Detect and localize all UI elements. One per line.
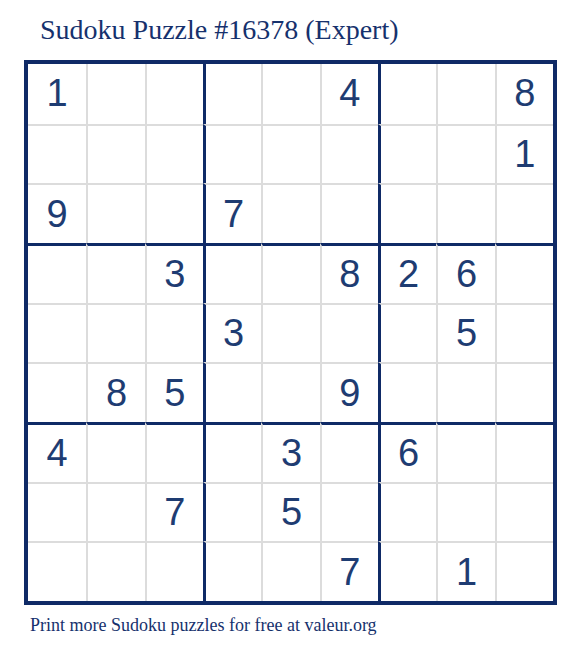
cell-r7c4[interactable]	[203, 422, 261, 482]
cell-r2c7[interactable]	[378, 124, 436, 184]
cell-r8c3[interactable]: 7	[145, 482, 203, 542]
cell-r5c5[interactable]	[261, 303, 319, 363]
cell-r3c5[interactable]	[261, 183, 319, 243]
cell-r7c8[interactable]	[436, 422, 494, 482]
cell-r2c6[interactable]	[320, 124, 378, 184]
cell-r9c1[interactable]	[28, 541, 86, 601]
given-digit: 6	[398, 432, 419, 475]
given-digit: 5	[164, 372, 185, 415]
given-digit: 3	[223, 312, 244, 355]
cell-r6c9[interactable]	[495, 362, 553, 422]
given-digit: 7	[164, 491, 185, 534]
cell-r4c3[interactable]: 3	[145, 243, 203, 303]
cell-r6c5[interactable]	[261, 362, 319, 422]
cell-r4c2[interactable]	[86, 243, 144, 303]
cell-r3c2[interactable]	[86, 183, 144, 243]
cell-r2c9[interactable]: 1	[495, 124, 553, 184]
cell-r8c5[interactable]: 5	[261, 482, 319, 542]
cell-r2c8[interactable]	[436, 124, 494, 184]
cell-r2c5[interactable]	[261, 124, 319, 184]
given-digit: 3	[281, 432, 302, 475]
cell-r4c8[interactable]: 6	[436, 243, 494, 303]
given-digit: 2	[398, 253, 419, 296]
cell-r6c6[interactable]: 9	[320, 362, 378, 422]
cell-r8c8[interactable]	[436, 482, 494, 542]
cell-r9c9[interactable]	[495, 541, 553, 601]
cell-r7c1[interactable]: 4	[28, 422, 86, 482]
cell-r3c7[interactable]	[378, 183, 436, 243]
cell-r8c7[interactable]	[378, 482, 436, 542]
cell-r5c3[interactable]	[145, 303, 203, 363]
cell-r8c9[interactable]	[495, 482, 553, 542]
cell-r4c4[interactable]	[203, 243, 261, 303]
cell-r7c5[interactable]: 3	[261, 422, 319, 482]
cell-r5c6[interactable]	[320, 303, 378, 363]
cell-r4c9[interactable]	[495, 243, 553, 303]
cell-r9c3[interactable]	[145, 541, 203, 601]
cell-r5c4[interactable]: 3	[203, 303, 261, 363]
cell-r4c1[interactable]	[28, 243, 86, 303]
cell-r7c9[interactable]	[495, 422, 553, 482]
given-digit: 1	[456, 551, 477, 594]
cell-r7c7[interactable]: 6	[378, 422, 436, 482]
given-digit: 9	[47, 193, 68, 236]
cell-r5c1[interactable]	[28, 303, 86, 363]
cell-r1c7[interactable]	[378, 64, 436, 124]
cell-r3c8[interactable]	[436, 183, 494, 243]
cell-r6c8[interactable]	[436, 362, 494, 422]
cell-r6c4[interactable]	[203, 362, 261, 422]
cell-r3c6[interactable]	[320, 183, 378, 243]
cell-r1c1[interactable]: 1	[28, 64, 86, 124]
given-digit: 8	[106, 372, 127, 415]
given-digit: 8	[514, 72, 535, 115]
cell-r6c3[interactable]: 5	[145, 362, 203, 422]
cell-r9c5[interactable]	[261, 541, 319, 601]
cell-r5c8[interactable]: 5	[436, 303, 494, 363]
given-digit: 8	[339, 253, 360, 296]
cell-r9c8[interactable]: 1	[436, 541, 494, 601]
cell-r7c2[interactable]	[86, 422, 144, 482]
sudoku-board: 1481973826358594367571	[24, 60, 557, 605]
cell-r8c2[interactable]	[86, 482, 144, 542]
page-title: Sudoku Puzzle #16378 (Expert)	[40, 14, 399, 46]
cell-r3c1[interactable]: 9	[28, 183, 86, 243]
cell-r3c3[interactable]	[145, 183, 203, 243]
cell-r7c3[interactable]	[145, 422, 203, 482]
cell-r9c6[interactable]: 7	[320, 541, 378, 601]
given-digit: 1	[47, 72, 68, 115]
cell-r1c3[interactable]	[145, 64, 203, 124]
given-digit: 7	[223, 193, 244, 236]
cell-r5c2[interactable]	[86, 303, 144, 363]
given-digit: 5	[456, 312, 477, 355]
cell-r4c6[interactable]: 8	[320, 243, 378, 303]
cell-r6c2[interactable]: 8	[86, 362, 144, 422]
cell-r9c2[interactable]	[86, 541, 144, 601]
cell-r8c1[interactable]	[28, 482, 86, 542]
given-digit: 7	[339, 551, 360, 594]
sudoku-page: Sudoku Puzzle #16378 (Expert) 1481973826…	[0, 0, 580, 651]
cell-r4c5[interactable]	[261, 243, 319, 303]
cell-r9c4[interactable]	[203, 541, 261, 601]
cell-r1c5[interactable]	[261, 64, 319, 124]
cell-r5c7[interactable]	[378, 303, 436, 363]
cell-r3c9[interactable]	[495, 183, 553, 243]
cell-r1c6[interactable]: 4	[320, 64, 378, 124]
cell-r2c3[interactable]	[145, 124, 203, 184]
cell-r4c7[interactable]: 2	[378, 243, 436, 303]
cell-r2c1[interactable]	[28, 124, 86, 184]
cell-r9c7[interactable]	[378, 541, 436, 601]
cell-r6c1[interactable]	[28, 362, 86, 422]
cell-r8c6[interactable]	[320, 482, 378, 542]
cell-r8c4[interactable]	[203, 482, 261, 542]
given-digit: 6	[456, 253, 477, 296]
given-digit: 5	[281, 491, 302, 534]
cell-r2c4[interactable]	[203, 124, 261, 184]
cell-r5c9[interactable]	[495, 303, 553, 363]
given-digit: 3	[164, 253, 185, 296]
given-digit: 4	[339, 72, 360, 115]
given-digit: 1	[514, 133, 535, 176]
cell-r1c2[interactable]	[86, 64, 144, 124]
cell-r1c8[interactable]	[436, 64, 494, 124]
cell-r1c9[interactable]: 8	[495, 64, 553, 124]
cell-r1c4[interactable]	[203, 64, 261, 124]
cell-r2c2[interactable]	[86, 124, 144, 184]
given-digit: 4	[47, 432, 68, 475]
footer-text: Print more Sudoku puzzles for free at va…	[30, 615, 377, 636]
cell-r3c4[interactable]: 7	[203, 183, 261, 243]
cell-r7c6[interactable]	[320, 422, 378, 482]
given-digit: 9	[339, 372, 360, 415]
cell-r6c7[interactable]	[378, 362, 436, 422]
